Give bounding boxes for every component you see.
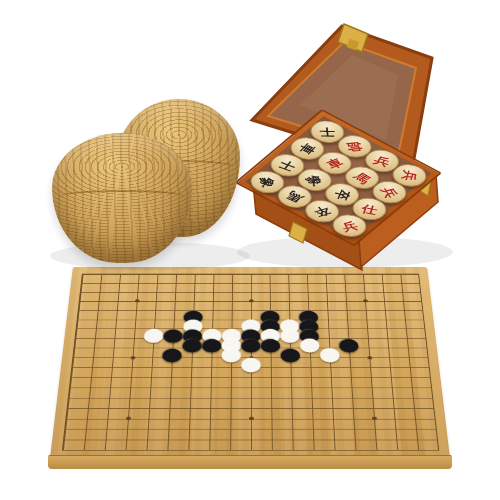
piece-character: 帥 (345, 141, 364, 152)
piece-character: 兵 (379, 186, 399, 199)
piece-character: 象 (259, 177, 276, 188)
piece-character: 兵 (372, 154, 392, 167)
piece-character: 仕 (361, 203, 379, 215)
piece-character: 象 (304, 173, 326, 187)
box-and-shadows-layer (0, 0, 500, 500)
piece-character: 兵 (340, 220, 359, 232)
piece-character: 卒 (312, 205, 333, 218)
piece-character: 車 (297, 141, 318, 155)
piece-character: 士 (319, 127, 335, 137)
piece-character: 車 (324, 156, 345, 170)
piece-character: 馬 (284, 190, 305, 204)
product-image[interactable]: ●●●●●●●●●●●●●●●●●●●●●●●●●●●●● 士帥兵兵車車馬兵士象… (0, 0, 500, 500)
piece-character: 卒 (333, 188, 352, 201)
piece-character: 馬 (351, 171, 373, 185)
piece-character: 士 (277, 158, 297, 172)
piece-character: 兵 (400, 169, 418, 181)
